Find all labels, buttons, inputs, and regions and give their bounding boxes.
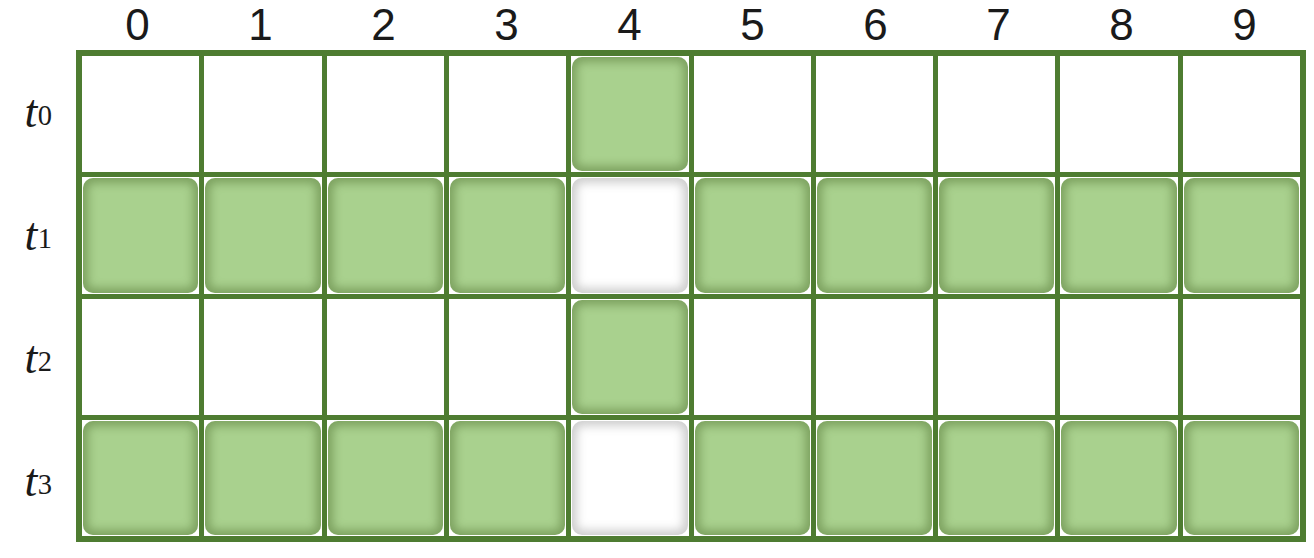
cell-t0-col0	[82, 56, 199, 172]
filled-cell-fill	[83, 421, 198, 535]
column-label-5: 5	[691, 0, 814, 50]
row-label-base: t	[24, 212, 37, 258]
cell-t1-col6	[816, 177, 933, 293]
filled-cell-fill	[572, 57, 687, 171]
cell-t3-col4	[571, 420, 688, 536]
empty-cell-fill	[572, 421, 687, 535]
cell-t2-col8	[1060, 299, 1177, 415]
row-label-base: t	[24, 458, 37, 504]
filled-cell-fill	[817, 421, 932, 535]
filled-cell-fill	[1061, 421, 1176, 535]
column-label-7: 7	[937, 0, 1060, 50]
cell-t1-col0	[82, 177, 199, 293]
column-label-4: 4	[568, 0, 691, 50]
cell-t0-col5	[694, 56, 811, 172]
filled-cell-fill	[450, 178, 565, 292]
row-label-t1: t1	[0, 173, 76, 296]
cell-t2-col9	[1183, 299, 1300, 415]
cell-t3-col2	[327, 420, 444, 536]
cell-t2-col4	[571, 299, 688, 415]
cell-t0-col7	[938, 56, 1055, 172]
row-label-sub: 1	[38, 225, 52, 254]
cell-t1-col7	[938, 177, 1055, 293]
column-label-9: 9	[1183, 0, 1306, 50]
column-header-row: 0 1 2 3 4 5 6 7 8 9	[76, 0, 1306, 50]
column-label-6: 6	[814, 0, 937, 50]
cell-t0-col9	[1183, 56, 1300, 172]
cell-t2-col0	[82, 299, 199, 415]
filled-cell-fill	[328, 421, 443, 535]
cell-t3-col0	[82, 420, 199, 536]
column-label-2: 2	[322, 0, 445, 50]
cell-t1-col4	[571, 177, 688, 293]
board-grid	[76, 50, 1306, 542]
filled-cell-fill	[817, 178, 932, 292]
cell-t3-col9	[1183, 420, 1300, 536]
cell-t0-col8	[1060, 56, 1177, 172]
row-label-t3: t3	[0, 419, 76, 542]
cell-t2-col7	[938, 299, 1055, 415]
filled-cell-fill	[1061, 178, 1176, 292]
row-label-t0: t0	[0, 50, 76, 173]
column-label-3: 3	[445, 0, 568, 50]
cell-t3-col3	[449, 420, 566, 536]
filled-cell-fill	[1184, 178, 1299, 292]
cell-t3-col6	[816, 420, 933, 536]
filled-cell-fill	[83, 178, 198, 292]
filled-cell-fill	[695, 178, 810, 292]
cell-t3-col1	[204, 420, 321, 536]
cell-t0-col2	[327, 56, 444, 172]
cell-t1-col1	[204, 177, 321, 293]
filled-cell-fill	[1184, 421, 1299, 535]
filled-cell-fill	[450, 421, 565, 535]
filled-cell-fill	[205, 178, 320, 292]
row-label-sub: 3	[38, 471, 52, 500]
cell-t0-col6	[816, 56, 933, 172]
cell-t1-col3	[449, 177, 566, 293]
column-label-1: 1	[199, 0, 322, 50]
filled-cell-fill	[328, 178, 443, 292]
filled-cell-fill	[939, 178, 1054, 292]
row-label-sub: 2	[38, 348, 52, 377]
cell-t0-col1	[204, 56, 321, 172]
row-label-sub: 0	[38, 102, 52, 131]
row-label-base: t	[24, 335, 37, 381]
filled-cell-fill	[939, 421, 1054, 535]
column-label-0: 0	[76, 0, 199, 50]
cell-t3-col8	[1060, 420, 1177, 536]
cell-t2-col5	[694, 299, 811, 415]
cell-t1-col8	[1060, 177, 1177, 293]
filled-cell-fill	[572, 300, 687, 414]
row-header-column: t0 t1 t2 t3	[0, 50, 76, 542]
column-label-8: 8	[1060, 0, 1183, 50]
empty-cell-fill	[572, 178, 687, 292]
cell-t0-col3	[449, 56, 566, 172]
cell-t2-col2	[327, 299, 444, 415]
row-label-base: t	[24, 89, 37, 135]
cell-t1-col2	[327, 177, 444, 293]
cell-t1-col9	[1183, 177, 1300, 293]
cell-t2-col3	[449, 299, 566, 415]
cell-t2-col6	[816, 299, 933, 415]
cell-t0-col4	[571, 56, 688, 172]
cell-t3-col7	[938, 420, 1055, 536]
cell-t3-col5	[694, 420, 811, 536]
row-label-t2: t2	[0, 296, 76, 419]
filled-cell-fill	[205, 421, 320, 535]
cell-t1-col5	[694, 177, 811, 293]
cell-t2-col1	[204, 299, 321, 415]
filled-cell-fill	[695, 421, 810, 535]
